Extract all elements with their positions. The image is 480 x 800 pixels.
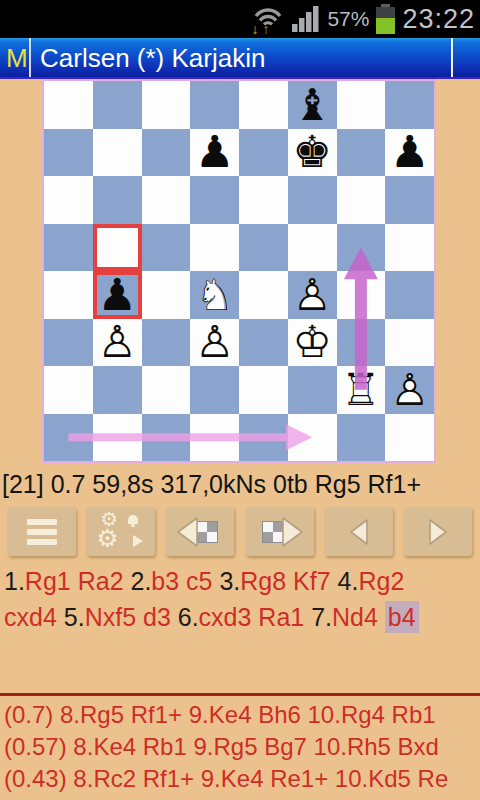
square-f4[interactable]: ♟♙ (288, 271, 337, 319)
square-c3[interactable] (142, 319, 191, 367)
square-b8[interactable] (93, 81, 142, 129)
square-b3[interactable]: ♟♙ (93, 319, 142, 367)
move-token[interactable]: 5. (64, 603, 85, 631)
move-token[interactable]: Rg2 (358, 567, 404, 595)
black-pawn: ♟ (385, 129, 434, 177)
current-move[interactable]: b4 (385, 601, 419, 633)
square-g5[interactable] (337, 224, 386, 272)
signal-strength-icon (292, 6, 320, 32)
right-arrow-icon (281, 516, 305, 548)
wifi-icon: ↓ ↑ (251, 3, 285, 35)
square-b5[interactable] (93, 224, 142, 272)
engine-analysis-lines[interactable]: (0.7) 8.Rg5 Rf1+ 9.Ke4 Bh6 10.Rg4 Rb1(0.… (4, 699, 480, 795)
white-pawn: ♟ (385, 366, 434, 414)
gear-icon: ⚙ (96, 526, 118, 551)
square-c4[interactable] (142, 271, 191, 319)
square-d3[interactable]: ♟♙ (190, 319, 239, 367)
download-arrow-icon: ↓ (251, 22, 258, 36)
analysis-divider (0, 693, 480, 696)
white-knight: ♘ (190, 271, 239, 319)
android-status-bar: ↓ ↑ 57% 23:22 (0, 0, 480, 38)
square-d4[interactable]: ♞♘ (190, 271, 239, 319)
square-c1[interactable] (142, 414, 191, 462)
square-b2[interactable] (93, 366, 142, 414)
square-h3[interactable] (385, 319, 434, 367)
move-token[interactable]: cxd3 Ra1 (199, 603, 312, 631)
square-c8[interactable] (142, 81, 191, 129)
square-g6[interactable] (337, 176, 386, 224)
clock: 23:22 (402, 4, 475, 35)
move-token[interactable]: 7. (311, 603, 332, 631)
white-pawn: ♟ (93, 319, 142, 367)
square-f1[interactable] (288, 414, 337, 462)
move-token[interactable]: cxd4 (4, 603, 64, 631)
previous-move-button[interactable] (325, 507, 393, 556)
square-f7[interactable]: ♚ (288, 129, 337, 177)
battery-icon (376, 7, 395, 34)
square-e6[interactable] (239, 176, 288, 224)
move-token[interactable]: Nd4 (332, 603, 385, 631)
hamburger-icon (27, 519, 57, 545)
square-h8[interactable] (385, 81, 434, 129)
battery-percent: 57% (327, 7, 369, 31)
bell-icon (128, 515, 138, 524)
square-c6[interactable] (142, 176, 191, 224)
black-pawn: ♟ (97, 275, 138, 315)
square-h2[interactable]: ♟♙ (385, 366, 434, 414)
white-king: ♔ (288, 319, 337, 367)
white-rook: ♖ (337, 366, 386, 414)
square-b6[interactable] (93, 176, 142, 224)
square-g3[interactable] (337, 319, 386, 367)
square-d5[interactable] (190, 224, 239, 272)
square-g7[interactable] (337, 129, 386, 177)
white-pawn: ♙ (288, 271, 337, 319)
square-a8[interactable] (44, 81, 93, 129)
toolbar: ⚙ ⚙ (0, 507, 480, 557)
scroll-indicator (451, 38, 453, 77)
square-a4[interactable] (44, 271, 93, 319)
square-a7[interactable] (44, 129, 93, 177)
square-e1[interactable] (239, 414, 288, 462)
app-screen: ↓ ↑ 57% 23:22 M Carlsen (*) Karjakin ♝♟♚… (0, 0, 480, 800)
left-arrow-icon (349, 518, 369, 546)
board-square-icon (196, 521, 218, 543)
square-a5[interactable] (44, 224, 93, 272)
square-h6[interactable] (385, 176, 434, 224)
square-e2[interactable] (239, 366, 288, 414)
move-list-line: 1.Rg1 Ra2 2.b3 c5 3.Rg8 Kf7 4.Rg2 (4, 563, 478, 599)
square-e5[interactable] (239, 224, 288, 272)
black-bishop: ♝ (288, 81, 337, 129)
square-f8[interactable]: ♝ (288, 81, 337, 129)
square-e4[interactable] (239, 271, 288, 319)
next-move-button[interactable] (404, 507, 472, 556)
square-b1[interactable] (93, 414, 142, 462)
square-g8[interactable] (337, 81, 386, 129)
move-token[interactable]: 6. (178, 603, 199, 631)
square-g1[interactable] (337, 414, 386, 462)
jump-to-end-button[interactable] (246, 507, 314, 556)
move-token[interactable]: 2. (130, 567, 151, 595)
square-f2[interactable] (288, 366, 337, 414)
white-pawn: ♙ (93, 319, 142, 367)
move-token[interactable]: Rg1 Ra2 (25, 567, 131, 595)
menu-button[interactable] (8, 507, 76, 556)
upload-arrow-icon: ↑ (262, 22, 269, 36)
square-a2[interactable] (44, 366, 93, 414)
square-g4[interactable] (337, 271, 386, 319)
square-b7[interactable] (93, 129, 142, 177)
square-h1[interactable] (385, 414, 434, 462)
square-d6[interactable] (190, 176, 239, 224)
white-pawn: ♙ (385, 366, 434, 414)
square-f5[interactable] (288, 224, 337, 272)
engine-settings-button[interactable]: ⚙ ⚙ (87, 507, 155, 556)
black-pawn: ♟ (190, 129, 239, 177)
square-e7[interactable] (239, 129, 288, 177)
white-rook: ♜ (337, 366, 386, 414)
move-token[interactable]: 4. (338, 567, 359, 595)
square-c7[interactable] (142, 129, 191, 177)
square-d8[interactable] (190, 81, 239, 129)
white-king: ♚ (288, 319, 337, 367)
move-token[interactable]: b3 c5 (151, 567, 219, 595)
game-title: Carlsen (*) Karjakin (40, 43, 265, 74)
square-e3[interactable] (239, 319, 288, 367)
square-d7[interactable]: ♟ (190, 129, 239, 177)
title-separator (29, 38, 31, 77)
square-h5[interactable] (385, 224, 434, 272)
square-h4[interactable] (385, 271, 434, 319)
engine-line[interactable]: (0.7) 8.Rg5 Rf1+ 9.Ke4 Bh6 10.Rg4 Rb1 (4, 699, 480, 731)
right-arrow-icon (428, 518, 448, 546)
square-h7[interactable]: ♟ (385, 129, 434, 177)
move-token[interactable]: Nxf5 d3 (85, 603, 178, 631)
title-bar: M Carlsen (*) Karjakin (0, 38, 480, 79)
square-g2[interactable]: ♜♖ (337, 366, 386, 414)
square-a3[interactable] (44, 319, 93, 367)
engine-line[interactable]: (0.43) 8.Rc2 Rf1+ 9.Ke4 Re1+ 10.Kd5 Re (4, 763, 480, 795)
left-arrow-icon (175, 516, 199, 548)
white-knight: ♞ (190, 271, 239, 319)
square-e8[interactable] (239, 81, 288, 129)
square-c5[interactable] (142, 224, 191, 272)
square-f6[interactable] (288, 176, 337, 224)
menu-letter[interactable]: M (6, 43, 28, 74)
square-c2[interactable] (142, 366, 191, 414)
white-pawn: ♙ (190, 319, 239, 367)
move-token[interactable]: Rg8 Kf7 (240, 567, 337, 595)
chess-board[interactable]: ♝♟♚♟♟♞♘♟♙♟♙♟♙♚♔♜♖♟♙ (42, 79, 436, 463)
engine-line[interactable]: (0.57) 8.Ke4 Rb1 9.Rg5 Bg7 10.Rh5 Bxd (4, 731, 480, 763)
move-list-line: cxd4 5.Nxf5 d3 6.cxd3 Ra1 7.Nd4 b4 (4, 599, 478, 635)
play-icon (133, 535, 143, 547)
black-king: ♚ (288, 129, 337, 177)
square-a6[interactable] (44, 176, 93, 224)
white-pawn: ♟ (288, 271, 337, 319)
engine-status-line[interactable]: [21] 0.7 59,8s 317,0kNs 0tb Rg5 Rf1+ (2, 464, 480, 504)
jump-to-start-button[interactable] (166, 507, 234, 556)
square-b4[interactable]: ♟ (93, 271, 142, 319)
move-token[interactable]: 3. (219, 567, 240, 595)
square-d2[interactable] (190, 366, 239, 414)
white-pawn: ♟ (190, 319, 239, 367)
square-a1[interactable] (44, 414, 93, 462)
square-f3[interactable]: ♚♔ (288, 319, 337, 367)
move-token[interactable]: 1. (4, 567, 25, 595)
square-d1[interactable] (190, 414, 239, 462)
move-list[interactable]: 1.Rg1 Ra2 2.b3 c5 3.Rg8 Kf7 4.Rg2cxd4 5.… (4, 563, 478, 635)
